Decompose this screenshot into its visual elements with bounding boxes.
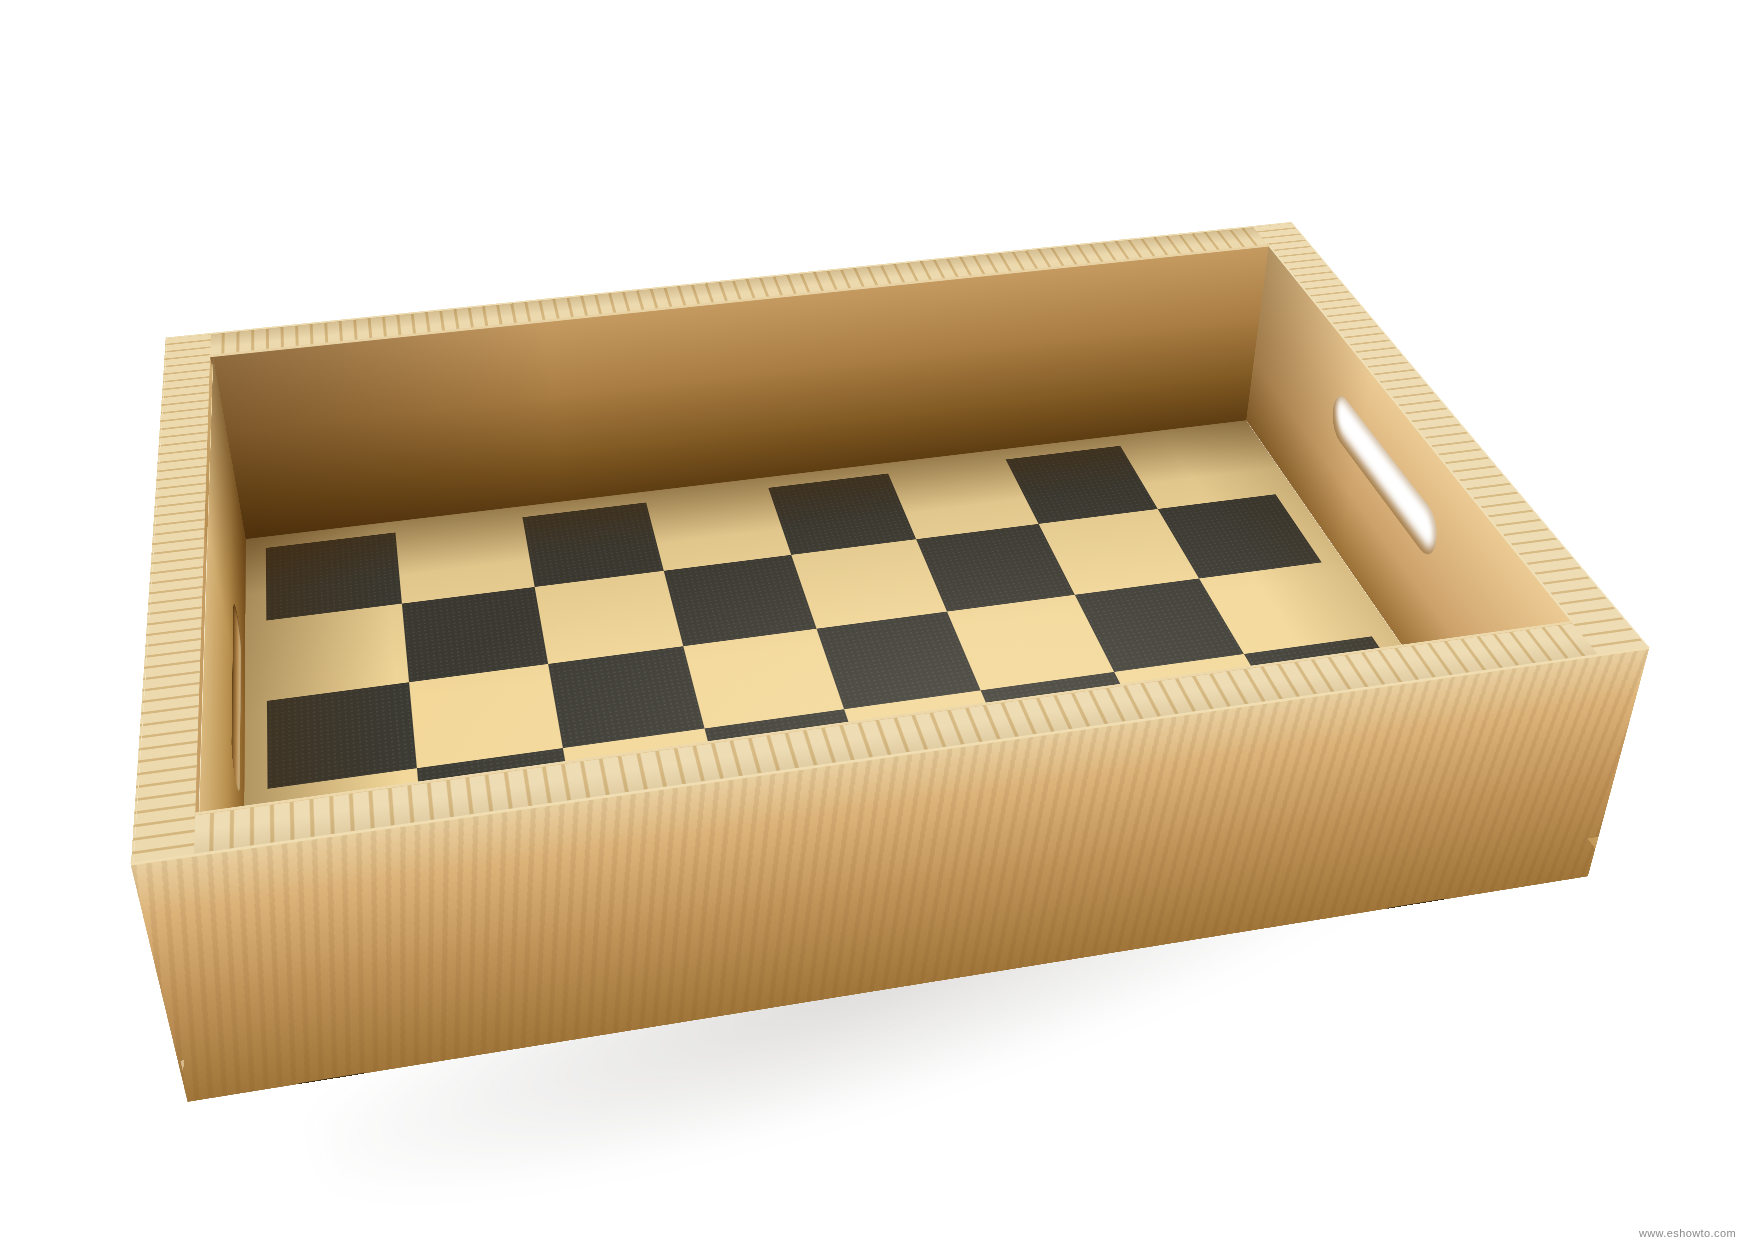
tray-foot bbox=[1385, 899, 1446, 921]
product-photo-canvas: www.eshowto.com bbox=[0, 0, 1742, 1244]
board-square bbox=[683, 629, 844, 729]
board-square bbox=[409, 664, 563, 768]
board-square bbox=[548, 646, 705, 748]
scene-3d bbox=[0, 0, 1742, 1244]
left-handle-slot bbox=[231, 594, 241, 803]
board-square bbox=[267, 682, 417, 789]
board-square bbox=[266, 604, 408, 701]
watermark: www.eshowto.com bbox=[1639, 1227, 1736, 1239]
tray-foot bbox=[298, 1072, 369, 1096]
